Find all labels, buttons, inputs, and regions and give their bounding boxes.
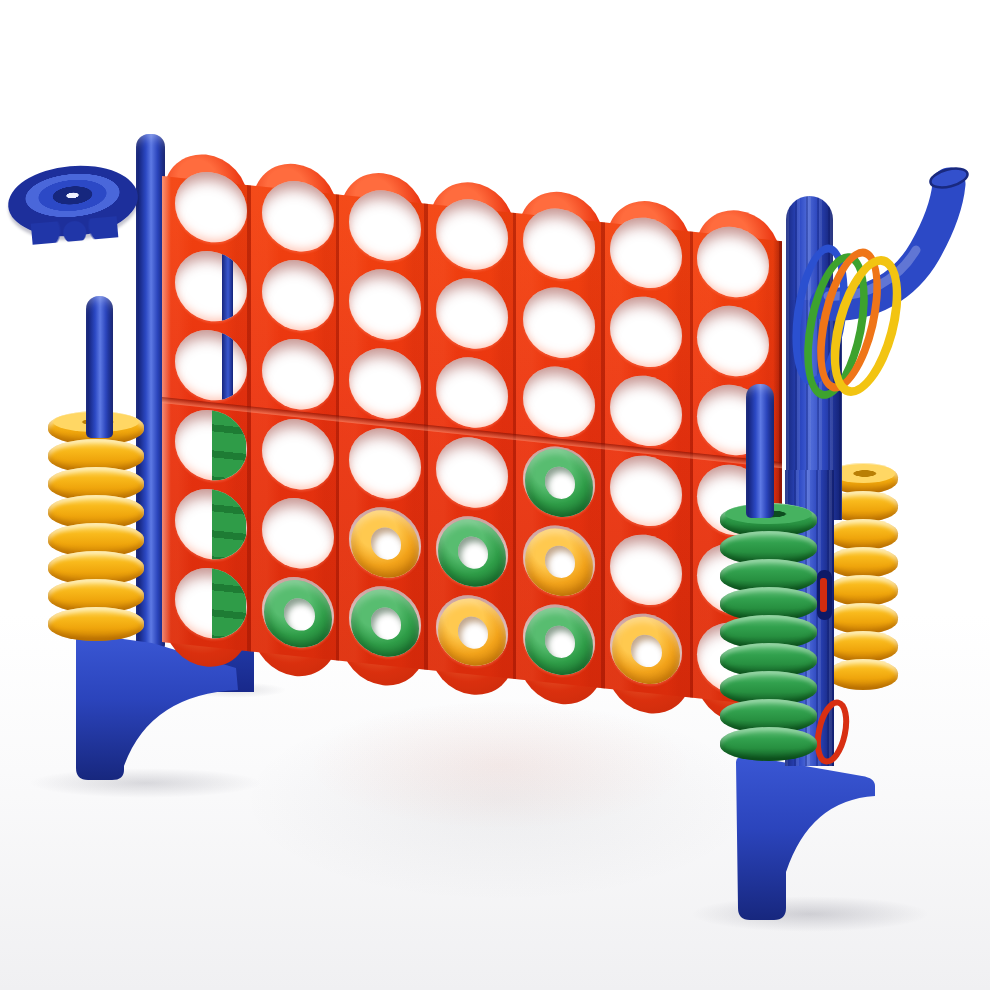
green-disc[interactable] bbox=[351, 586, 419, 661]
rear-pole-seen-through-hole bbox=[222, 327, 234, 404]
board-hole bbox=[262, 495, 334, 573]
board-hole bbox=[175, 168, 247, 246]
board-cell-c6-r5[interactable] bbox=[602, 526, 689, 614]
connect-four-board bbox=[162, 150, 782, 727]
yellow-stack-disc[interactable] bbox=[828, 603, 898, 634]
board-hole bbox=[436, 195, 508, 273]
board-hole bbox=[610, 214, 682, 292]
yellow-disc[interactable] bbox=[438, 595, 506, 670]
board-cell-c3-r3[interactable] bbox=[342, 340, 429, 428]
board-hole bbox=[610, 293, 682, 371]
board-grid bbox=[168, 163, 776, 703]
green-disc[interactable] bbox=[525, 604, 593, 679]
board-hole bbox=[523, 443, 595, 521]
board-cell-c4-r6[interactable] bbox=[429, 587, 516, 675]
green-stack-disc[interactable] bbox=[720, 727, 817, 761]
board-cell-c4-r3[interactable] bbox=[429, 349, 516, 437]
board-hole bbox=[523, 363, 595, 441]
board-hole bbox=[262, 177, 334, 255]
board-cell-c2-r6[interactable] bbox=[255, 568, 342, 656]
left-disc-storage-pole bbox=[86, 296, 113, 438]
board-cell-c1-r5[interactable] bbox=[168, 480, 255, 568]
board-cell-c5-r1[interactable] bbox=[515, 199, 602, 287]
board-hole bbox=[610, 610, 682, 688]
yellow-stack-disc[interactable] bbox=[48, 607, 144, 641]
yellow-disc[interactable] bbox=[351, 507, 419, 582]
board-cell-c3-r5[interactable] bbox=[342, 498, 429, 586]
board-hole bbox=[697, 302, 769, 380]
toss-rings bbox=[790, 242, 902, 402]
board-hole bbox=[436, 354, 508, 432]
board-hole bbox=[610, 531, 682, 609]
rear-pole-seen-through-hole bbox=[222, 248, 234, 325]
board-cell-c1-r1[interactable] bbox=[168, 163, 255, 251]
right-disc-storage-pole bbox=[746, 384, 774, 518]
board-hole bbox=[436, 592, 508, 670]
board-cell-c6-r4[interactable] bbox=[602, 446, 689, 534]
board-hole bbox=[523, 205, 595, 283]
board-hole bbox=[349, 266, 421, 344]
right-green-disc-stack[interactable] bbox=[720, 503, 817, 761]
yellow-stack-disc[interactable] bbox=[828, 631, 898, 662]
board-cell-c2-r5[interactable] bbox=[255, 489, 342, 577]
yellow-stack-disc[interactable] bbox=[828, 519, 898, 550]
board-cell-c6-r6[interactable] bbox=[602, 605, 689, 693]
board-hole bbox=[175, 327, 247, 405]
board-hole bbox=[349, 424, 421, 502]
board-cell-c6-r2[interactable] bbox=[602, 288, 689, 376]
board-hole bbox=[436, 433, 508, 511]
board-cell-c5-r3[interactable] bbox=[515, 358, 602, 446]
board-hole bbox=[610, 452, 682, 530]
rear-green-stack-seen-through-hole bbox=[212, 565, 246, 643]
board-cell-c5-r6[interactable] bbox=[515, 596, 602, 684]
board-cell-c3-r2[interactable] bbox=[342, 260, 429, 348]
board-cell-c5-r5[interactable] bbox=[515, 516, 602, 604]
board-cell-c1-r6[interactable] bbox=[168, 559, 255, 647]
board-hole bbox=[349, 186, 421, 264]
board-hole bbox=[436, 513, 508, 591]
board-cell-c1-r4[interactable] bbox=[168, 401, 255, 489]
rear-green-stack-seen-through-hole bbox=[212, 485, 246, 563]
board-hole bbox=[175, 247, 247, 325]
board-hole bbox=[262, 415, 334, 493]
board-hole bbox=[349, 504, 421, 582]
board-hole bbox=[697, 223, 769, 301]
green-disc[interactable] bbox=[525, 446, 593, 521]
yellow-stack-disc[interactable] bbox=[828, 575, 898, 606]
board-cell-c1-r2[interactable] bbox=[168, 242, 255, 330]
board-hole bbox=[175, 565, 247, 643]
board-cell-c2-r2[interactable] bbox=[255, 251, 342, 339]
board-hole bbox=[175, 406, 247, 484]
board-cell-c1-r3[interactable] bbox=[168, 321, 255, 409]
board-cell-c4-r2[interactable] bbox=[429, 269, 516, 357]
board-hole bbox=[349, 583, 421, 661]
board-cell-c3-r4[interactable] bbox=[342, 419, 429, 507]
yellow-disc[interactable] bbox=[612, 613, 680, 688]
board-cell-c3-r6[interactable] bbox=[342, 578, 429, 666]
board-hole bbox=[175, 485, 247, 563]
board-hole bbox=[262, 574, 334, 652]
right-foot bbox=[724, 750, 880, 926]
left-yellow-disc-stack[interactable] bbox=[48, 411, 144, 641]
toss-hoop-ring bbox=[5, 160, 141, 241]
yellow-stack-disc[interactable] bbox=[828, 659, 898, 690]
green-disc[interactable] bbox=[438, 516, 506, 591]
board-cell-c2-r1[interactable] bbox=[255, 172, 342, 260]
board-cell-c5-r4[interactable] bbox=[515, 437, 602, 525]
board-hole bbox=[523, 601, 595, 679]
product-photo-connect-four-set bbox=[0, 0, 990, 990]
board-cell-c5-r2[interactable] bbox=[515, 278, 602, 366]
board-cell-c4-r4[interactable] bbox=[429, 428, 516, 516]
board-hole bbox=[349, 345, 421, 423]
board-cell-c6-r3[interactable] bbox=[602, 367, 689, 455]
red-strap-in-slot bbox=[820, 578, 827, 612]
rear-green-stack-seen-through-hole bbox=[212, 406, 246, 484]
board-hole bbox=[610, 372, 682, 450]
green-disc[interactable] bbox=[264, 577, 332, 652]
floor-reflection-red-tint bbox=[290, 695, 710, 835]
board-hole bbox=[436, 275, 508, 353]
board-cell-c2-r4[interactable] bbox=[255, 410, 342, 498]
board-cell-c6-r1[interactable] bbox=[602, 208, 689, 296]
board-cell-c4-r5[interactable] bbox=[429, 507, 516, 595]
board-hole bbox=[523, 284, 595, 362]
board-cell-c3-r1[interactable] bbox=[342, 181, 429, 269]
board-cell-c2-r3[interactable] bbox=[255, 330, 342, 418]
board-hole bbox=[262, 257, 334, 335]
yellow-disc[interactable] bbox=[525, 525, 593, 600]
board-cell-c4-r1[interactable] bbox=[429, 190, 516, 278]
board-hole bbox=[523, 522, 595, 600]
board-hole bbox=[262, 336, 334, 414]
board-cell-c7-r2[interactable] bbox=[689, 297, 776, 385]
board-cell-c7-r1[interactable] bbox=[689, 217, 776, 305]
yellow-stack-disc[interactable] bbox=[828, 547, 898, 578]
